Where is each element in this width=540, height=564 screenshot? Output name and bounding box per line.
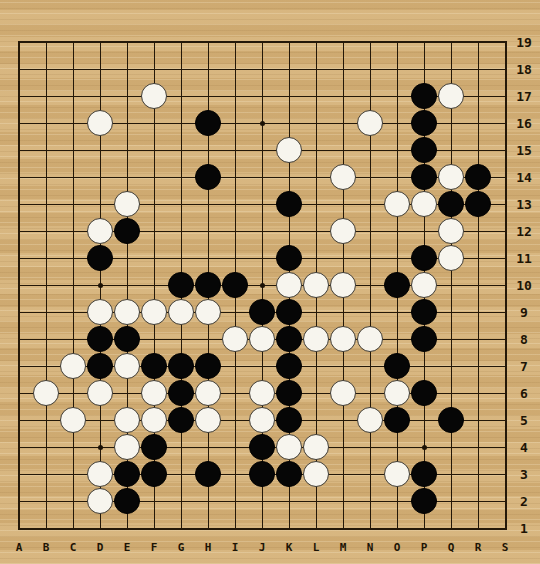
intersection-P9[interactable]: ● bbox=[411, 299, 438, 326]
intersection-B12[interactable] bbox=[33, 218, 60, 245]
intersection-A11[interactable] bbox=[6, 245, 33, 272]
intersection-M10[interactable]: ● bbox=[330, 272, 357, 299]
intersection-L8[interactable]: ● bbox=[303, 326, 330, 353]
intersection-E12[interactable]: ● bbox=[114, 218, 141, 245]
intersection-L1[interactable] bbox=[303, 515, 330, 542]
intersection-H19[interactable] bbox=[195, 29, 222, 56]
intersection-R6[interactable] bbox=[465, 380, 492, 407]
intersection-N3[interactable] bbox=[357, 461, 384, 488]
intersection-M6[interactable]: ● bbox=[330, 380, 357, 407]
intersection-B5[interactable] bbox=[33, 407, 60, 434]
intersection-A4[interactable] bbox=[6, 434, 33, 461]
intersection-K12[interactable] bbox=[276, 218, 303, 245]
intersection-K11[interactable]: ● bbox=[276, 245, 303, 272]
intersection-A14[interactable] bbox=[6, 164, 33, 191]
intersection-F11[interactable] bbox=[141, 245, 168, 272]
intersection-G2[interactable] bbox=[168, 488, 195, 515]
intersection-P6[interactable]: ● bbox=[411, 380, 438, 407]
intersection-K18[interactable] bbox=[276, 56, 303, 83]
intersection-Q10[interactable] bbox=[438, 272, 465, 299]
intersection-H17[interactable] bbox=[195, 83, 222, 110]
intersection-I19[interactable] bbox=[222, 29, 249, 56]
intersection-Q11[interactable]: ● bbox=[438, 245, 465, 272]
intersection-E1[interactable] bbox=[114, 515, 141, 542]
intersection-E2[interactable]: ● bbox=[114, 488, 141, 515]
intersection-E8[interactable]: ● bbox=[114, 326, 141, 353]
intersection-G7[interactable]: ● bbox=[168, 353, 195, 380]
intersection-A3[interactable] bbox=[6, 461, 33, 488]
intersection-I11[interactable] bbox=[222, 245, 249, 272]
intersection-A12[interactable] bbox=[6, 218, 33, 245]
intersection-B10[interactable] bbox=[33, 272, 60, 299]
intersection-G9[interactable]: ● bbox=[168, 299, 195, 326]
intersection-P3[interactable]: ● bbox=[411, 461, 438, 488]
intersection-M3[interactable] bbox=[330, 461, 357, 488]
intersection-M5[interactable] bbox=[330, 407, 357, 434]
intersection-R17[interactable] bbox=[465, 83, 492, 110]
intersection-C15[interactable] bbox=[60, 137, 87, 164]
intersection-O18[interactable] bbox=[384, 56, 411, 83]
intersection-M7[interactable] bbox=[330, 353, 357, 380]
intersection-J13[interactable] bbox=[249, 191, 276, 218]
intersection-K15[interactable]: ● bbox=[276, 137, 303, 164]
intersection-N8[interactable]: ● bbox=[357, 326, 384, 353]
intersection-E17[interactable] bbox=[114, 83, 141, 110]
intersection-C17[interactable] bbox=[60, 83, 87, 110]
intersection-P18[interactable] bbox=[411, 56, 438, 83]
intersection-C13[interactable] bbox=[60, 191, 87, 218]
intersection-F15[interactable] bbox=[141, 137, 168, 164]
intersection-H5[interactable]: ● bbox=[195, 407, 222, 434]
intersection-G12[interactable] bbox=[168, 218, 195, 245]
intersection-P11[interactable]: ● bbox=[411, 245, 438, 272]
intersection-H7[interactable]: ● bbox=[195, 353, 222, 380]
intersection-P13[interactable]: ● bbox=[411, 191, 438, 218]
intersection-M2[interactable] bbox=[330, 488, 357, 515]
intersection-O5[interactable]: ● bbox=[384, 407, 411, 434]
intersection-O3[interactable]: ● bbox=[384, 461, 411, 488]
intersection-P7[interactable] bbox=[411, 353, 438, 380]
intersection-O17[interactable] bbox=[384, 83, 411, 110]
intersection-G8[interactable] bbox=[168, 326, 195, 353]
intersection-L12[interactable] bbox=[303, 218, 330, 245]
intersection-L15[interactable] bbox=[303, 137, 330, 164]
intersection-R12[interactable] bbox=[465, 218, 492, 245]
intersection-C3[interactable] bbox=[60, 461, 87, 488]
intersection-L13[interactable] bbox=[303, 191, 330, 218]
intersection-E6[interactable] bbox=[114, 380, 141, 407]
intersection-G5[interactable]: ● bbox=[168, 407, 195, 434]
intersection-R7[interactable] bbox=[465, 353, 492, 380]
intersection-A13[interactable] bbox=[6, 191, 33, 218]
intersection-E14[interactable] bbox=[114, 164, 141, 191]
intersection-C6[interactable] bbox=[60, 380, 87, 407]
intersection-N6[interactable] bbox=[357, 380, 384, 407]
intersection-D9[interactable]: ● bbox=[87, 299, 114, 326]
intersection-D3[interactable]: ● bbox=[87, 461, 114, 488]
intersection-F4[interactable]: ● bbox=[141, 434, 168, 461]
intersection-R2[interactable] bbox=[465, 488, 492, 515]
intersection-G16[interactable] bbox=[168, 110, 195, 137]
intersection-F1[interactable] bbox=[141, 515, 168, 542]
intersection-F9[interactable]: ● bbox=[141, 299, 168, 326]
intersection-H14[interactable]: ● bbox=[195, 164, 222, 191]
intersection-J2[interactable] bbox=[249, 488, 276, 515]
intersection-D19[interactable] bbox=[87, 29, 114, 56]
intersection-D11[interactable]: ● bbox=[87, 245, 114, 272]
intersection-A19[interactable] bbox=[6, 29, 33, 56]
intersection-C12[interactable] bbox=[60, 218, 87, 245]
intersection-I8[interactable]: ● bbox=[222, 326, 249, 353]
intersection-R19[interactable] bbox=[465, 29, 492, 56]
intersection-K1[interactable] bbox=[276, 515, 303, 542]
intersection-L5[interactable] bbox=[303, 407, 330, 434]
intersection-M13[interactable] bbox=[330, 191, 357, 218]
intersection-R5[interactable] bbox=[465, 407, 492, 434]
intersection-I2[interactable] bbox=[222, 488, 249, 515]
intersection-Q9[interactable] bbox=[438, 299, 465, 326]
intersection-O12[interactable] bbox=[384, 218, 411, 245]
intersection-M11[interactable] bbox=[330, 245, 357, 272]
intersection-D10[interactable] bbox=[87, 272, 114, 299]
intersection-A1[interactable] bbox=[6, 515, 33, 542]
intersection-K10[interactable]: ● bbox=[276, 272, 303, 299]
intersection-J15[interactable] bbox=[249, 137, 276, 164]
intersection-C10[interactable] bbox=[60, 272, 87, 299]
intersection-Q14[interactable]: ● bbox=[438, 164, 465, 191]
intersection-Q15[interactable] bbox=[438, 137, 465, 164]
intersection-I7[interactable] bbox=[222, 353, 249, 380]
intersection-Q8[interactable] bbox=[438, 326, 465, 353]
intersection-Q12[interactable]: ● bbox=[438, 218, 465, 245]
intersection-G14[interactable] bbox=[168, 164, 195, 191]
intersection-I3[interactable] bbox=[222, 461, 249, 488]
intersection-R3[interactable] bbox=[465, 461, 492, 488]
intersection-E3[interactable]: ● bbox=[114, 461, 141, 488]
intersection-O6[interactable]: ● bbox=[384, 380, 411, 407]
intersection-J18[interactable] bbox=[249, 56, 276, 83]
intersection-M14[interactable]: ● bbox=[330, 164, 357, 191]
intersection-C1[interactable] bbox=[60, 515, 87, 542]
intersection-Q13[interactable]: ● bbox=[438, 191, 465, 218]
intersection-I13[interactable] bbox=[222, 191, 249, 218]
intersection-P8[interactable]: ● bbox=[411, 326, 438, 353]
intersection-P10[interactable]: ● bbox=[411, 272, 438, 299]
intersection-N10[interactable] bbox=[357, 272, 384, 299]
intersection-A15[interactable] bbox=[6, 137, 33, 164]
intersection-C5[interactable]: ● bbox=[60, 407, 87, 434]
intersection-C14[interactable] bbox=[60, 164, 87, 191]
intersection-R1[interactable] bbox=[465, 515, 492, 542]
intersection-F17[interactable]: ● bbox=[141, 83, 168, 110]
intersection-D5[interactable] bbox=[87, 407, 114, 434]
intersection-P2[interactable]: ● bbox=[411, 488, 438, 515]
intersection-Q6[interactable] bbox=[438, 380, 465, 407]
intersection-N13[interactable] bbox=[357, 191, 384, 218]
intersection-N5[interactable]: ● bbox=[357, 407, 384, 434]
intersection-L14[interactable] bbox=[303, 164, 330, 191]
intersection-I15[interactable] bbox=[222, 137, 249, 164]
intersection-O7[interactable]: ● bbox=[384, 353, 411, 380]
intersection-B15[interactable] bbox=[33, 137, 60, 164]
intersection-P14[interactable]: ● bbox=[411, 164, 438, 191]
intersection-Q16[interactable] bbox=[438, 110, 465, 137]
intersection-E10[interactable] bbox=[114, 272, 141, 299]
intersection-A6[interactable] bbox=[6, 380, 33, 407]
intersection-B4[interactable] bbox=[33, 434, 60, 461]
intersection-A8[interactable] bbox=[6, 326, 33, 353]
intersection-N14[interactable] bbox=[357, 164, 384, 191]
intersection-J8[interactable]: ● bbox=[249, 326, 276, 353]
intersection-P5[interactable] bbox=[411, 407, 438, 434]
intersection-I16[interactable] bbox=[222, 110, 249, 137]
intersection-M17[interactable] bbox=[330, 83, 357, 110]
intersection-M8[interactable]: ● bbox=[330, 326, 357, 353]
intersection-D14[interactable] bbox=[87, 164, 114, 191]
intersection-L4[interactable]: ● bbox=[303, 434, 330, 461]
intersection-N1[interactable] bbox=[357, 515, 384, 542]
intersection-R18[interactable] bbox=[465, 56, 492, 83]
intersection-F14[interactable] bbox=[141, 164, 168, 191]
intersection-D7[interactable]: ● bbox=[87, 353, 114, 380]
intersection-H6[interactable]: ● bbox=[195, 380, 222, 407]
intersection-J10[interactable] bbox=[249, 272, 276, 299]
intersection-H4[interactable] bbox=[195, 434, 222, 461]
intersection-A9[interactable] bbox=[6, 299, 33, 326]
intersection-B7[interactable] bbox=[33, 353, 60, 380]
intersection-I12[interactable] bbox=[222, 218, 249, 245]
intersection-F2[interactable] bbox=[141, 488, 168, 515]
intersection-O4[interactable] bbox=[384, 434, 411, 461]
intersection-N19[interactable] bbox=[357, 29, 384, 56]
intersection-F3[interactable]: ● bbox=[141, 461, 168, 488]
intersection-K6[interactable]: ● bbox=[276, 380, 303, 407]
intersection-Q7[interactable] bbox=[438, 353, 465, 380]
intersection-M12[interactable]: ● bbox=[330, 218, 357, 245]
intersection-C18[interactable] bbox=[60, 56, 87, 83]
intersection-I1[interactable] bbox=[222, 515, 249, 542]
intersection-E7[interactable]: ● bbox=[114, 353, 141, 380]
intersection-K3[interactable]: ● bbox=[276, 461, 303, 488]
intersection-B3[interactable] bbox=[33, 461, 60, 488]
intersection-O9[interactable] bbox=[384, 299, 411, 326]
intersection-L9[interactable] bbox=[303, 299, 330, 326]
intersection-B1[interactable] bbox=[33, 515, 60, 542]
intersection-L2[interactable] bbox=[303, 488, 330, 515]
intersection-Q3[interactable] bbox=[438, 461, 465, 488]
intersection-Q4[interactable] bbox=[438, 434, 465, 461]
intersection-Q19[interactable] bbox=[438, 29, 465, 56]
intersection-H3[interactable]: ● bbox=[195, 461, 222, 488]
intersection-G13[interactable] bbox=[168, 191, 195, 218]
intersection-M19[interactable] bbox=[330, 29, 357, 56]
intersection-Q1[interactable] bbox=[438, 515, 465, 542]
intersection-M4[interactable] bbox=[330, 434, 357, 461]
intersection-M1[interactable] bbox=[330, 515, 357, 542]
intersection-E4[interactable]: ● bbox=[114, 434, 141, 461]
intersection-F10[interactable] bbox=[141, 272, 168, 299]
intersection-P16[interactable]: ● bbox=[411, 110, 438, 137]
intersection-K8[interactable]: ● bbox=[276, 326, 303, 353]
intersection-G15[interactable] bbox=[168, 137, 195, 164]
intersection-H11[interactable] bbox=[195, 245, 222, 272]
intersection-J9[interactable]: ● bbox=[249, 299, 276, 326]
intersection-A18[interactable] bbox=[6, 56, 33, 83]
intersection-B11[interactable] bbox=[33, 245, 60, 272]
intersection-J3[interactable]: ● bbox=[249, 461, 276, 488]
intersection-H9[interactable]: ● bbox=[195, 299, 222, 326]
intersection-J5[interactable]: ● bbox=[249, 407, 276, 434]
intersection-H12[interactable] bbox=[195, 218, 222, 245]
intersection-O16[interactable] bbox=[384, 110, 411, 137]
intersection-L19[interactable] bbox=[303, 29, 330, 56]
intersection-L3[interactable]: ● bbox=[303, 461, 330, 488]
intersection-G1[interactable] bbox=[168, 515, 195, 542]
intersection-D17[interactable] bbox=[87, 83, 114, 110]
intersection-F19[interactable] bbox=[141, 29, 168, 56]
intersection-N15[interactable] bbox=[357, 137, 384, 164]
intersection-N16[interactable]: ● bbox=[357, 110, 384, 137]
intersection-B18[interactable] bbox=[33, 56, 60, 83]
intersection-F7[interactable]: ● bbox=[141, 353, 168, 380]
intersection-D18[interactable] bbox=[87, 56, 114, 83]
intersection-Q17[interactable]: ● bbox=[438, 83, 465, 110]
intersection-G4[interactable] bbox=[168, 434, 195, 461]
intersection-R16[interactable] bbox=[465, 110, 492, 137]
intersection-F8[interactable] bbox=[141, 326, 168, 353]
intersection-C8[interactable] bbox=[60, 326, 87, 353]
intersection-N18[interactable] bbox=[357, 56, 384, 83]
intersection-R14[interactable]: ● bbox=[465, 164, 492, 191]
intersection-J12[interactable] bbox=[249, 218, 276, 245]
intersection-E18[interactable] bbox=[114, 56, 141, 83]
intersection-F12[interactable] bbox=[141, 218, 168, 245]
intersection-C16[interactable] bbox=[60, 110, 87, 137]
intersection-B14[interactable] bbox=[33, 164, 60, 191]
intersection-R8[interactable] bbox=[465, 326, 492, 353]
intersection-P17[interactable]: ● bbox=[411, 83, 438, 110]
intersection-O2[interactable] bbox=[384, 488, 411, 515]
intersection-K7[interactable]: ● bbox=[276, 353, 303, 380]
intersection-L11[interactable] bbox=[303, 245, 330, 272]
intersection-A10[interactable] bbox=[6, 272, 33, 299]
intersection-O1[interactable] bbox=[384, 515, 411, 542]
intersection-F5[interactable]: ● bbox=[141, 407, 168, 434]
intersection-E13[interactable]: ● bbox=[114, 191, 141, 218]
intersection-B2[interactable] bbox=[33, 488, 60, 515]
intersection-P1[interactable] bbox=[411, 515, 438, 542]
intersection-D15[interactable] bbox=[87, 137, 114, 164]
intersection-F6[interactable]: ● bbox=[141, 380, 168, 407]
intersection-I18[interactable] bbox=[222, 56, 249, 83]
intersection-I17[interactable] bbox=[222, 83, 249, 110]
intersection-M16[interactable] bbox=[330, 110, 357, 137]
intersection-N4[interactable] bbox=[357, 434, 384, 461]
intersection-L16[interactable] bbox=[303, 110, 330, 137]
intersection-F13[interactable] bbox=[141, 191, 168, 218]
intersection-P12[interactable] bbox=[411, 218, 438, 245]
intersection-A17[interactable] bbox=[6, 83, 33, 110]
intersection-K4[interactable]: ● bbox=[276, 434, 303, 461]
intersection-M15[interactable] bbox=[330, 137, 357, 164]
intersection-N12[interactable] bbox=[357, 218, 384, 245]
intersection-Q18[interactable] bbox=[438, 56, 465, 83]
intersection-J6[interactable]: ● bbox=[249, 380, 276, 407]
intersection-D16[interactable]: ● bbox=[87, 110, 114, 137]
intersection-J16[interactable] bbox=[249, 110, 276, 137]
intersection-M9[interactable] bbox=[330, 299, 357, 326]
intersection-D6[interactable]: ● bbox=[87, 380, 114, 407]
intersection-F16[interactable] bbox=[141, 110, 168, 137]
intersection-Q5[interactable]: ● bbox=[438, 407, 465, 434]
intersection-R11[interactable] bbox=[465, 245, 492, 272]
intersection-A2[interactable] bbox=[6, 488, 33, 515]
intersection-J1[interactable] bbox=[249, 515, 276, 542]
intersection-H18[interactable] bbox=[195, 56, 222, 83]
intersection-N11[interactable] bbox=[357, 245, 384, 272]
intersection-R9[interactable] bbox=[465, 299, 492, 326]
intersection-G17[interactable] bbox=[168, 83, 195, 110]
intersection-M18[interactable] bbox=[330, 56, 357, 83]
intersection-D8[interactable]: ● bbox=[87, 326, 114, 353]
intersection-L17[interactable] bbox=[303, 83, 330, 110]
intersection-O14[interactable] bbox=[384, 164, 411, 191]
intersection-N7[interactable] bbox=[357, 353, 384, 380]
intersection-J19[interactable] bbox=[249, 29, 276, 56]
intersection-B8[interactable] bbox=[33, 326, 60, 353]
intersection-D13[interactable] bbox=[87, 191, 114, 218]
intersection-H8[interactable] bbox=[195, 326, 222, 353]
intersection-O19[interactable] bbox=[384, 29, 411, 56]
intersection-B13[interactable] bbox=[33, 191, 60, 218]
intersection-O11[interactable] bbox=[384, 245, 411, 272]
intersection-D2[interactable]: ● bbox=[87, 488, 114, 515]
intersection-J11[interactable] bbox=[249, 245, 276, 272]
intersection-L7[interactable] bbox=[303, 353, 330, 380]
intersection-H13[interactable] bbox=[195, 191, 222, 218]
go-board[interactable]: ●●●●●●●●●●●●●●●●●●●●●●●●●●●●●●●●●●●●●●●●… bbox=[6, 29, 519, 542]
intersection-I4[interactable] bbox=[222, 434, 249, 461]
intersection-A5[interactable] bbox=[6, 407, 33, 434]
intersection-K2[interactable] bbox=[276, 488, 303, 515]
intersection-K19[interactable] bbox=[276, 29, 303, 56]
intersection-J4[interactable]: ● bbox=[249, 434, 276, 461]
intersection-I9[interactable] bbox=[222, 299, 249, 326]
intersection-O8[interactable] bbox=[384, 326, 411, 353]
intersection-J14[interactable] bbox=[249, 164, 276, 191]
intersection-D1[interactable] bbox=[87, 515, 114, 542]
intersection-E5[interactable]: ● bbox=[114, 407, 141, 434]
intersection-I14[interactable] bbox=[222, 164, 249, 191]
intersection-E19[interactable] bbox=[114, 29, 141, 56]
intersection-E16[interactable] bbox=[114, 110, 141, 137]
intersection-K14[interactable] bbox=[276, 164, 303, 191]
intersection-C7[interactable]: ● bbox=[60, 353, 87, 380]
intersection-A7[interactable] bbox=[6, 353, 33, 380]
intersection-D4[interactable] bbox=[87, 434, 114, 461]
intersection-D12[interactable]: ● bbox=[87, 218, 114, 245]
intersection-R4[interactable] bbox=[465, 434, 492, 461]
intersection-O13[interactable]: ● bbox=[384, 191, 411, 218]
intersection-G10[interactable]: ● bbox=[168, 272, 195, 299]
intersection-G19[interactable] bbox=[168, 29, 195, 56]
intersection-H16[interactable]: ● bbox=[195, 110, 222, 137]
intersection-E11[interactable] bbox=[114, 245, 141, 272]
intersection-G18[interactable] bbox=[168, 56, 195, 83]
intersection-B16[interactable] bbox=[33, 110, 60, 137]
intersection-B6[interactable]: ● bbox=[33, 380, 60, 407]
intersection-A16[interactable] bbox=[6, 110, 33, 137]
